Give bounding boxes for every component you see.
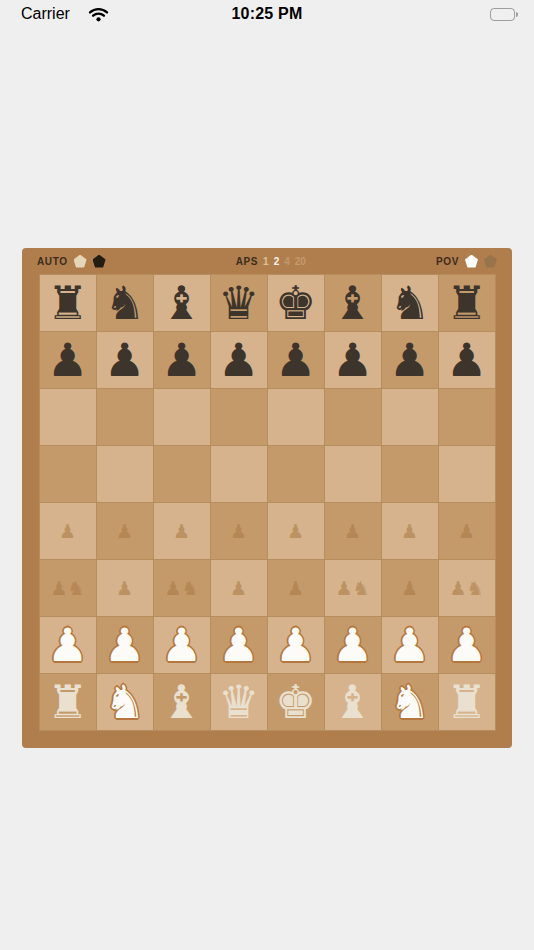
square-b4[interactable]: ♟ bbox=[97, 503, 153, 559]
square-d5[interactable] bbox=[211, 446, 267, 502]
square-h7[interactable]: ♟ bbox=[439, 332, 495, 388]
move-hint-g3: ♟ bbox=[401, 579, 418, 598]
aps-option-4[interactable]: 4 bbox=[284, 256, 290, 267]
move-hint-e3: ♟ bbox=[287, 579, 304, 598]
square-b6[interactable] bbox=[97, 389, 153, 445]
ghost-pawn-icon: ♟ bbox=[59, 522, 76, 541]
piece-white-queen: ♛ bbox=[218, 679, 259, 725]
piece-white-rook: ♜ bbox=[446, 679, 487, 725]
square-d6[interactable] bbox=[211, 389, 267, 445]
aps-option-2[interactable]: 2 bbox=[274, 256, 280, 267]
square-g2[interactable]: ♟ bbox=[382, 617, 438, 673]
piece-black-pawn: ♟ bbox=[161, 337, 202, 383]
ghost-pawn-icon: ♟ bbox=[116, 579, 133, 598]
square-f3[interactable]: ♟♞ bbox=[325, 560, 381, 616]
piece-black-pawn: ♟ bbox=[446, 337, 487, 383]
piece-black-pawn: ♟ bbox=[104, 337, 145, 383]
square-b8[interactable]: ♞ bbox=[97, 275, 153, 331]
square-h2[interactable]: ♟ bbox=[439, 617, 495, 673]
move-hint-d3: ♟ bbox=[230, 579, 247, 598]
piece-white-pawn: ♟ bbox=[104, 622, 145, 668]
ghost-pawn-icon: ♟ bbox=[449, 579, 466, 598]
square-g8[interactable]: ♞ bbox=[382, 275, 438, 331]
move-hint-c4: ♟ bbox=[173, 522, 190, 541]
aps-control: APS 12420 bbox=[236, 256, 306, 267]
move-hint-a3: ♟♞ bbox=[50, 579, 84, 598]
square-a7[interactable]: ♟ bbox=[40, 332, 96, 388]
ghost-pawn-icon: ♟ bbox=[116, 522, 133, 541]
square-f7[interactable]: ♟ bbox=[325, 332, 381, 388]
aps-options: 12420 bbox=[258, 256, 306, 267]
square-b5[interactable] bbox=[97, 446, 153, 502]
ghost-pawn-icon: ♟ bbox=[335, 579, 352, 598]
ghost-pawn-icon: ♟ bbox=[173, 522, 190, 541]
square-d8[interactable]: ♛ bbox=[211, 275, 267, 331]
move-hint-d4: ♟ bbox=[230, 522, 247, 541]
ghost-pawn-icon: ♟ bbox=[401, 579, 418, 598]
pov-piece-icon[interactable] bbox=[484, 255, 497, 268]
square-h5[interactable] bbox=[439, 446, 495, 502]
piece-black-pawn: ♟ bbox=[332, 337, 373, 383]
aps-option-1[interactable]: 1 bbox=[263, 256, 269, 267]
square-g7[interactable]: ♟ bbox=[382, 332, 438, 388]
ghost-pawn-icon: ♟ bbox=[287, 579, 304, 598]
ghost-pawn-icon: ♟ bbox=[458, 522, 475, 541]
piece-white-pawn: ♟ bbox=[332, 622, 373, 668]
ghost-pawn-icon: ♟ bbox=[287, 522, 304, 541]
square-b7[interactable]: ♟ bbox=[97, 332, 153, 388]
ghost-knight-icon: ♞ bbox=[68, 579, 85, 598]
square-f5[interactable] bbox=[325, 446, 381, 502]
square-a6[interactable] bbox=[40, 389, 96, 445]
aps-option-20[interactable]: 20 bbox=[295, 256, 306, 267]
move-hint-f4: ♟ bbox=[344, 522, 361, 541]
square-g3[interactable]: ♟ bbox=[382, 560, 438, 616]
piece-black-king: ♚ bbox=[275, 280, 316, 326]
square-b1[interactable]: ♞ bbox=[97, 674, 153, 730]
chess-board: ♜♞♝♛♚♝♞♜♟♟♟♟♟♟♟♟♟♟♟♟♟♟♟♟♟♞♟♟♞♟♟♟♞♟♟♞♟♟♟♟… bbox=[39, 274, 496, 731]
piece-white-pawn: ♟ bbox=[47, 622, 88, 668]
square-c5[interactable] bbox=[154, 446, 210, 502]
piece-white-bishop: ♝ bbox=[161, 679, 202, 725]
pov-label: POV bbox=[436, 256, 459, 267]
piece-black-rook: ♜ bbox=[446, 280, 487, 326]
square-h8[interactable]: ♜ bbox=[439, 275, 495, 331]
piece-black-rook: ♜ bbox=[47, 280, 88, 326]
square-e3[interactable]: ♟ bbox=[268, 560, 324, 616]
auto-piece-icon[interactable] bbox=[93, 255, 106, 268]
ghost-pawn-icon: ♟ bbox=[230, 522, 247, 541]
ghost-pawn-icon: ♟ bbox=[401, 522, 418, 541]
piece-black-knight: ♞ bbox=[104, 280, 145, 326]
square-c1[interactable]: ♝ bbox=[154, 674, 210, 730]
pov-piece-icon[interactable] bbox=[465, 255, 478, 268]
ghost-knight-icon: ♞ bbox=[353, 579, 370, 598]
ghost-pawn-icon: ♟ bbox=[230, 579, 247, 598]
piece-black-queen: ♛ bbox=[218, 280, 259, 326]
square-h4[interactable]: ♟ bbox=[439, 503, 495, 559]
square-g5[interactable] bbox=[382, 446, 438, 502]
square-d4[interactable]: ♟ bbox=[211, 503, 267, 559]
square-c4[interactable]: ♟ bbox=[154, 503, 210, 559]
piece-white-pawn: ♟ bbox=[446, 622, 487, 668]
piece-white-pawn: ♟ bbox=[275, 622, 316, 668]
square-f1[interactable]: ♝ bbox=[325, 674, 381, 730]
square-e4[interactable]: ♟ bbox=[268, 503, 324, 559]
status-time: 10:25 PM bbox=[0, 5, 534, 23]
square-f4[interactable]: ♟ bbox=[325, 503, 381, 559]
move-hint-h3: ♟♞ bbox=[449, 579, 483, 598]
move-hint-c3: ♟♞ bbox=[164, 579, 198, 598]
piece-white-knight: ♞ bbox=[104, 679, 145, 725]
square-e7[interactable]: ♟ bbox=[268, 332, 324, 388]
move-hint-h4: ♟ bbox=[458, 522, 475, 541]
piece-black-pawn: ♟ bbox=[389, 337, 430, 383]
square-e8[interactable]: ♚ bbox=[268, 275, 324, 331]
piece-white-pawn: ♟ bbox=[161, 622, 202, 668]
square-c3[interactable]: ♟♞ bbox=[154, 560, 210, 616]
square-h6[interactable] bbox=[439, 389, 495, 445]
square-h3[interactable]: ♟♞ bbox=[439, 560, 495, 616]
piece-white-bishop: ♝ bbox=[332, 679, 373, 725]
square-e5[interactable] bbox=[268, 446, 324, 502]
square-e2[interactable]: ♟ bbox=[268, 617, 324, 673]
piece-white-rook: ♜ bbox=[47, 679, 88, 725]
ghost-pawn-icon: ♟ bbox=[344, 522, 361, 541]
piece-black-pawn: ♟ bbox=[47, 337, 88, 383]
square-b3[interactable]: ♟ bbox=[97, 560, 153, 616]
square-f6[interactable] bbox=[325, 389, 381, 445]
piece-white-king: ♚ bbox=[275, 679, 316, 725]
square-d2[interactable]: ♟ bbox=[211, 617, 267, 673]
square-a1[interactable]: ♜ bbox=[40, 674, 96, 730]
square-a2[interactable]: ♟ bbox=[40, 617, 96, 673]
move-hint-b4: ♟ bbox=[116, 522, 133, 541]
move-hint-f3: ♟♞ bbox=[335, 579, 369, 598]
square-a5[interactable] bbox=[40, 446, 96, 502]
auto-label: AUTO bbox=[37, 256, 68, 267]
square-f8[interactable]: ♝ bbox=[325, 275, 381, 331]
square-a3[interactable]: ♟♞ bbox=[40, 560, 96, 616]
aps-label: APS bbox=[236, 256, 258, 267]
piece-black-knight: ♞ bbox=[389, 280, 430, 326]
auto-control[interactable]: AUTO bbox=[37, 255, 106, 268]
square-c6[interactable] bbox=[154, 389, 210, 445]
move-hint-e4: ♟ bbox=[287, 522, 304, 541]
square-f2[interactable]: ♟ bbox=[325, 617, 381, 673]
piece-white-knight: ♞ bbox=[389, 679, 430, 725]
piece-white-pawn: ♟ bbox=[218, 622, 259, 668]
square-e6[interactable] bbox=[268, 389, 324, 445]
square-e1[interactable]: ♚ bbox=[268, 674, 324, 730]
square-d1[interactable]: ♛ bbox=[211, 674, 267, 730]
square-a8[interactable]: ♜ bbox=[40, 275, 96, 331]
square-g4[interactable]: ♟ bbox=[382, 503, 438, 559]
ghost-pawn-icon: ♟ bbox=[50, 579, 67, 598]
square-d3[interactable]: ♟ bbox=[211, 560, 267, 616]
square-h1[interactable]: ♜ bbox=[439, 674, 495, 730]
move-hint-a4: ♟ bbox=[59, 522, 76, 541]
square-c7[interactable]: ♟ bbox=[154, 332, 210, 388]
status-bar: Carrier 10:25 PM bbox=[0, 0, 534, 30]
square-c2[interactable]: ♟ bbox=[154, 617, 210, 673]
auto-piece-icon[interactable] bbox=[74, 255, 87, 268]
move-hint-b3: ♟ bbox=[116, 579, 133, 598]
piece-black-bishop: ♝ bbox=[332, 280, 373, 326]
piece-black-bishop: ♝ bbox=[161, 280, 202, 326]
piece-black-pawn: ♟ bbox=[218, 337, 259, 383]
square-g1[interactable]: ♞ bbox=[382, 674, 438, 730]
ghost-pawn-icon: ♟ bbox=[164, 579, 181, 598]
ghost-knight-icon: ♞ bbox=[182, 579, 199, 598]
pov-control[interactable]: POV bbox=[436, 255, 497, 268]
square-g6[interactable] bbox=[382, 389, 438, 445]
pov-icons bbox=[459, 255, 497, 268]
board-header: AUTO APS 12420 POV bbox=[22, 248, 512, 274]
move-hint-g4: ♟ bbox=[401, 522, 418, 541]
board-frame: AUTO APS 12420 POV ♜♞♝♛♚♝♞♜♟♟♟♟♟♟♟♟♟♟♟♟♟… bbox=[22, 248, 512, 748]
square-d7[interactable]: ♟ bbox=[211, 332, 267, 388]
auto-icons bbox=[68, 255, 106, 268]
ghost-knight-icon: ♞ bbox=[467, 579, 484, 598]
piece-white-pawn: ♟ bbox=[389, 622, 430, 668]
square-c8[interactable]: ♝ bbox=[154, 275, 210, 331]
battery-icon bbox=[490, 8, 518, 21]
piece-black-pawn: ♟ bbox=[275, 337, 316, 383]
square-b2[interactable]: ♟ bbox=[97, 617, 153, 673]
square-a4[interactable]: ♟ bbox=[40, 503, 96, 559]
